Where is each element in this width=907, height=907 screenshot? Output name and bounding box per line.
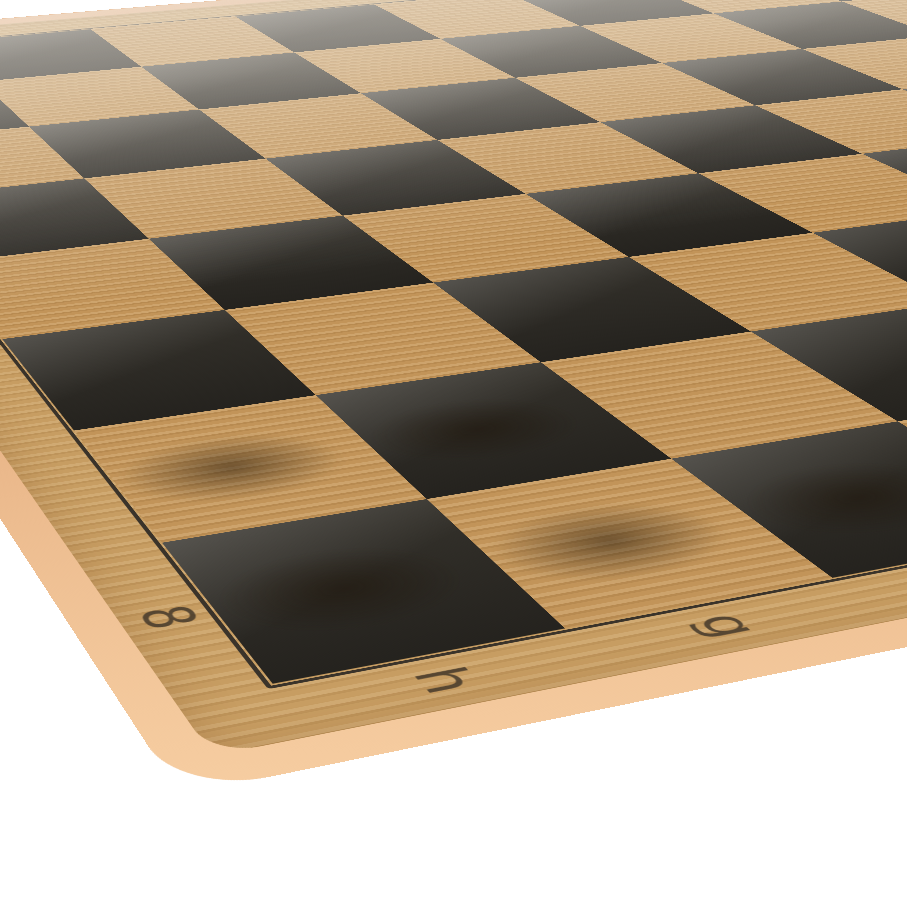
product-photo-scene: 8hg ♜♞♝♚♟♟♞♝♚♛♝♞♟♟♟♟: [0, 0, 907, 907]
rook-glyph: ♜: [137, 107, 576, 596]
chess-board: 8hg ♜♞♝♚♟♟♞♝♚♛♝♞♟♟♟♟: [0, 0, 907, 795]
